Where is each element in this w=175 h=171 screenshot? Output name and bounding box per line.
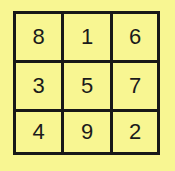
cell-r2c2: 5 [64,63,110,109]
cell-r3c3: 2 [113,112,157,152]
cell-r1c2: 1 [64,14,110,60]
magic-square-board: 8 1 6 3 5 7 4 9 2 [13,11,160,155]
cell-r2c1: 3 [16,63,61,109]
cell-r1c3: 6 [113,14,157,60]
cell-r3c2: 9 [64,112,110,152]
cell-r3c1: 4 [16,112,61,152]
cell-r2c3: 7 [113,63,157,109]
cell-r1c1: 8 [16,14,61,60]
